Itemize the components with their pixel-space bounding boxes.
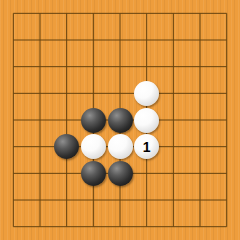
stone-white	[108, 134, 133, 159]
stones-layer: 1	[0, 0, 240, 240]
stone-white	[134, 81, 159, 106]
stone-white	[134, 108, 159, 133]
stone-black	[81, 108, 106, 133]
go-board[interactable]: 1	[0, 0, 240, 240]
stone-white	[81, 134, 106, 159]
stone-black	[54, 134, 79, 159]
move-number-label: 1	[143, 140, 151, 154]
stone-black	[108, 161, 133, 186]
stone-black	[108, 108, 133, 133]
stone-black	[81, 161, 106, 186]
stone-white: 1	[134, 134, 159, 159]
